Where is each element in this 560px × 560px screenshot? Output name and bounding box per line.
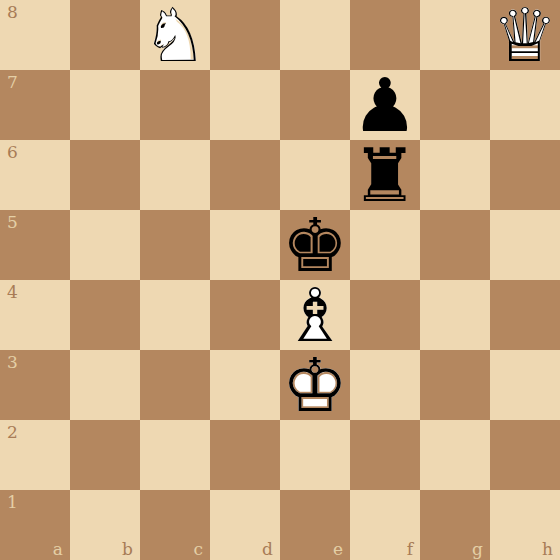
piece-black-pawn[interactable]: ♟ bbox=[350, 70, 420, 140]
square-c5[interactable] bbox=[140, 210, 210, 280]
white-queen-outline-icon: ♕ bbox=[490, 0, 560, 70]
square-g1[interactable]: g bbox=[420, 490, 490, 560]
piece-black-king[interactable]: ♚ bbox=[280, 210, 350, 280]
square-e3[interactable]: ♚♔ bbox=[280, 350, 350, 420]
square-d8[interactable] bbox=[210, 0, 280, 70]
file-label-a: a bbox=[53, 541, 63, 558]
file-label-g: g bbox=[472, 541, 483, 558]
file-label-h: h bbox=[542, 541, 553, 558]
square-d1[interactable]: d bbox=[210, 490, 280, 560]
rank-label-4: 4 bbox=[7, 284, 18, 301]
piece-white-bishop[interactable]: ♝♗ bbox=[280, 280, 350, 350]
rank-label-2: 2 bbox=[7, 424, 18, 441]
square-c6[interactable] bbox=[140, 140, 210, 210]
square-e2[interactable] bbox=[280, 420, 350, 490]
rank-label-7: 7 bbox=[7, 74, 18, 91]
square-f6[interactable]: ♜ bbox=[350, 140, 420, 210]
square-d2[interactable] bbox=[210, 420, 280, 490]
square-g5[interactable] bbox=[420, 210, 490, 280]
square-f7[interactable]: ♟ bbox=[350, 70, 420, 140]
square-g8[interactable] bbox=[420, 0, 490, 70]
file-label-e: e bbox=[333, 541, 343, 558]
square-a2[interactable]: 2 bbox=[0, 420, 70, 490]
square-h2[interactable] bbox=[490, 420, 560, 490]
square-a8[interactable]: 8 bbox=[0, 0, 70, 70]
piece-black-rook[interactable]: ♜ bbox=[350, 140, 420, 210]
square-c2[interactable] bbox=[140, 420, 210, 490]
square-a6[interactable]: 6 bbox=[0, 140, 70, 210]
square-h5[interactable] bbox=[490, 210, 560, 280]
square-f8[interactable] bbox=[350, 0, 420, 70]
square-g6[interactable] bbox=[420, 140, 490, 210]
square-d6[interactable] bbox=[210, 140, 280, 210]
square-g7[interactable] bbox=[420, 70, 490, 140]
square-f2[interactable] bbox=[350, 420, 420, 490]
rank-label-5: 5 bbox=[7, 214, 18, 231]
piece-white-queen[interactable]: ♛♕ bbox=[490, 0, 560, 70]
square-e7[interactable] bbox=[280, 70, 350, 140]
square-a5[interactable]: 5 bbox=[0, 210, 70, 280]
file-label-b: b bbox=[122, 541, 133, 558]
square-e6[interactable] bbox=[280, 140, 350, 210]
rank-label-6: 6 bbox=[7, 144, 18, 161]
rank-label-1: 1 bbox=[7, 494, 18, 511]
square-f3[interactable] bbox=[350, 350, 420, 420]
square-g2[interactable] bbox=[420, 420, 490, 490]
square-d4[interactable] bbox=[210, 280, 280, 350]
white-knight-outline-icon: ♘ bbox=[140, 0, 210, 70]
square-c4[interactable] bbox=[140, 280, 210, 350]
piece-white-knight[interactable]: ♞♘ bbox=[140, 0, 210, 70]
square-f4[interactable] bbox=[350, 280, 420, 350]
square-e4[interactable]: ♝♗ bbox=[280, 280, 350, 350]
file-label-d: d bbox=[262, 541, 273, 558]
square-a1[interactable]: 1a bbox=[0, 490, 70, 560]
square-h6[interactable] bbox=[490, 140, 560, 210]
square-d5[interactable] bbox=[210, 210, 280, 280]
square-c8[interactable]: ♞♘ bbox=[140, 0, 210, 70]
square-b6[interactable] bbox=[70, 140, 140, 210]
rank-label-8: 8 bbox=[7, 4, 18, 21]
square-b1[interactable]: b bbox=[70, 490, 140, 560]
white-bishop-outline-icon: ♗ bbox=[280, 280, 350, 350]
square-h1[interactable]: h bbox=[490, 490, 560, 560]
square-f5[interactable] bbox=[350, 210, 420, 280]
square-b5[interactable] bbox=[70, 210, 140, 280]
square-g3[interactable] bbox=[420, 350, 490, 420]
square-e1[interactable]: e bbox=[280, 490, 350, 560]
black-rook-icon: ♜ bbox=[350, 140, 420, 210]
square-b2[interactable] bbox=[70, 420, 140, 490]
chess-board: 8♞♘♛♕7♟6♜5♚4♝♗3♚♔21abcdefgh bbox=[0, 0, 560, 560]
square-b8[interactable] bbox=[70, 0, 140, 70]
square-c1[interactable]: c bbox=[140, 490, 210, 560]
black-pawn-icon: ♟ bbox=[350, 70, 420, 140]
black-king-icon: ♚ bbox=[280, 210, 350, 280]
square-g4[interactable] bbox=[420, 280, 490, 350]
file-label-c: c bbox=[193, 541, 203, 558]
square-b4[interactable] bbox=[70, 280, 140, 350]
square-h8[interactable]: ♛♕ bbox=[490, 0, 560, 70]
square-b7[interactable] bbox=[70, 70, 140, 140]
square-d3[interactable] bbox=[210, 350, 280, 420]
square-h4[interactable] bbox=[490, 280, 560, 350]
square-e8[interactable] bbox=[280, 0, 350, 70]
piece-white-king[interactable]: ♚♔ bbox=[280, 350, 350, 420]
square-a3[interactable]: 3 bbox=[0, 350, 70, 420]
square-b3[interactable] bbox=[70, 350, 140, 420]
square-h3[interactable] bbox=[490, 350, 560, 420]
square-e5[interactable]: ♚ bbox=[280, 210, 350, 280]
square-d7[interactable] bbox=[210, 70, 280, 140]
square-f1[interactable]: f bbox=[350, 490, 420, 560]
square-a7[interactable]: 7 bbox=[0, 70, 70, 140]
rank-label-3: 3 bbox=[7, 354, 18, 371]
square-a4[interactable]: 4 bbox=[0, 280, 70, 350]
square-c7[interactable] bbox=[140, 70, 210, 140]
square-h7[interactable] bbox=[490, 70, 560, 140]
square-c3[interactable] bbox=[140, 350, 210, 420]
file-label-f: f bbox=[407, 541, 413, 558]
white-king-outline-icon: ♔ bbox=[280, 350, 350, 420]
